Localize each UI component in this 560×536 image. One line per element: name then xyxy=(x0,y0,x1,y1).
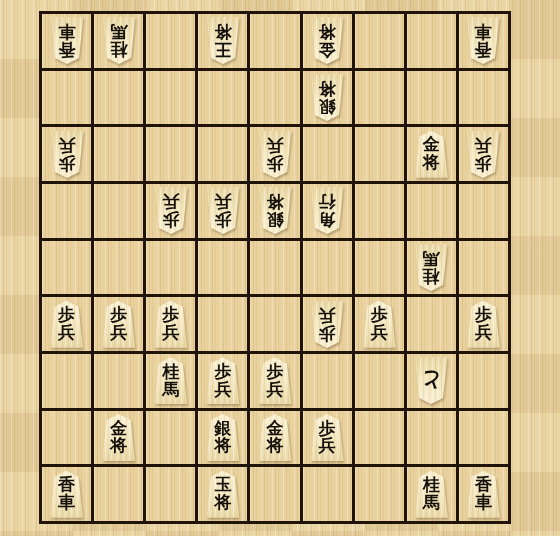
board-cell-r7c3[interactable]: 桂馬 xyxy=(146,354,195,408)
piece-wrap: 金将 xyxy=(99,414,139,461)
piece-kanji: 兵 xyxy=(162,324,179,342)
board-cell-r6c7[interactable]: 歩兵 xyxy=(355,297,404,351)
piece-kanji: 銀 xyxy=(319,97,336,115)
board-cell-r9c3[interactable] xyxy=(146,467,195,521)
board-cell-r8c7[interactable] xyxy=(355,411,404,465)
piece-kanji: 兵 xyxy=(110,324,127,342)
board-cell-r1c5[interactable] xyxy=(250,14,299,68)
piece-kanji: 将 xyxy=(319,23,336,41)
board-cell-r6c8[interactable] xyxy=(407,297,456,351)
piece-kanji: 兵 xyxy=(58,136,75,154)
shogi-piece-sente-pawn[interactable]: 歩兵 xyxy=(99,301,139,348)
piece-kanji: 歩 xyxy=(58,154,75,172)
piece-wrap: 香車 xyxy=(47,471,87,518)
board-cell-r9c8[interactable]: 桂馬 xyxy=(407,467,456,521)
board-cell-r3c8[interactable]: 金将 xyxy=(407,127,456,181)
board-cell-r5c5[interactable] xyxy=(250,241,299,295)
board-cell-r6c1[interactable]: 歩兵 xyxy=(42,297,91,351)
shogi-piece-gote-silver[interactable]: 銀将 xyxy=(255,187,295,234)
board-cell-r2c9[interactable] xyxy=(459,71,508,125)
board-cell-r7c6[interactable] xyxy=(303,354,352,408)
shogi-piece-gote-pawn[interactable]: 歩兵 xyxy=(151,187,191,234)
board-cell-r2c2[interactable] xyxy=(94,71,143,125)
shogi-piece-sente-lance[interactable]: 香車 xyxy=(47,471,87,518)
board-cell-r2c7[interactable] xyxy=(355,71,404,125)
piece-wrap: 桂馬 xyxy=(411,471,451,518)
board-cell-r5c4[interactable] xyxy=(198,241,247,295)
piece-kanji: 馬 xyxy=(110,23,127,41)
piece-wrap: 歩兵 xyxy=(463,301,503,348)
board-cell-r9c6[interactable] xyxy=(303,467,352,521)
piece-kanji: 車 xyxy=(475,23,492,41)
shogi-piece-sente-knight[interactable]: 桂馬 xyxy=(411,471,451,518)
piece-wrap: と xyxy=(411,357,451,404)
board-cell-r4c3[interactable]: 歩兵 xyxy=(146,184,195,238)
piece-kanji: 馬 xyxy=(162,381,179,399)
shogi-piece-gote-pawn[interactable]: 歩兵 xyxy=(47,131,87,178)
piece-wrap: 香車 xyxy=(47,17,87,64)
board-cell-r3c9[interactable]: 歩兵 xyxy=(459,127,508,181)
shogi-piece-sente-gold[interactable]: 金将 xyxy=(99,414,139,461)
shogi-piece-gote-king[interactable]: 王将 xyxy=(203,17,243,64)
board-cell-r4c7[interactable] xyxy=(355,184,404,238)
piece-wrap: 桂馬 xyxy=(99,17,139,64)
piece-kanji: 将 xyxy=(423,154,440,172)
board-cell-r5c3[interactable] xyxy=(146,241,195,295)
piece-kanji: 車 xyxy=(475,494,492,512)
board-cell-r8c1[interactable] xyxy=(42,411,91,465)
piece-kanji: 兵 xyxy=(214,381,231,399)
piece-wrap: 歩兵 xyxy=(255,357,295,404)
piece-wrap: 金将 xyxy=(255,414,295,461)
piece-wrap: 銀将 xyxy=(255,187,295,234)
shogi-piece-gote-pawn[interactable]: 歩兵 xyxy=(307,301,347,348)
board-cell-r3c7[interactable] xyxy=(355,127,404,181)
shogi-piece-gote-gold[interactable]: 金将 xyxy=(307,17,347,64)
shogi-piece-gote-bishop[interactable]: 角行 xyxy=(307,187,347,234)
board-cell-r4c8[interactable] xyxy=(407,184,456,238)
piece-kanji: 兵 xyxy=(266,136,283,154)
shogi-piece-sente-gold[interactable]: 金将 xyxy=(411,131,451,178)
shogi-piece-gote-promoted-pawn[interactable]: と xyxy=(411,357,451,404)
board-cell-r4c9[interactable] xyxy=(459,184,508,238)
piece-kanji: 歩 xyxy=(214,211,231,229)
board-cell-r7c4[interactable]: 歩兵 xyxy=(198,354,247,408)
board-cell-r8c2[interactable]: 金将 xyxy=(94,411,143,465)
piece-kanji: 馬 xyxy=(423,250,440,268)
board-cell-r2c5[interactable] xyxy=(250,71,299,125)
piece-kanji: 香 xyxy=(58,41,75,59)
board-cell-r5c1[interactable] xyxy=(42,241,91,295)
board-cell-r7c1[interactable] xyxy=(42,354,91,408)
board-cell-r3c1[interactable]: 歩兵 xyxy=(42,127,91,181)
shogi-piece-gote-knight[interactable]: 桂馬 xyxy=(99,17,139,64)
piece-kanji: 歩 xyxy=(266,154,283,172)
piece-wrap: 桂馬 xyxy=(151,357,191,404)
shogi-piece-gote-knight[interactable]: 桂馬 xyxy=(411,244,451,291)
board-cell-r2c4[interactable] xyxy=(198,71,247,125)
piece-kanji: 兵 xyxy=(319,306,336,324)
piece-kanji: 王 xyxy=(214,41,231,59)
piece-wrap: 歩兵 xyxy=(47,131,87,178)
shogi-piece-sente-pawn[interactable]: 歩兵 xyxy=(203,357,243,404)
board-cell-r6c3[interactable]: 歩兵 xyxy=(146,297,195,351)
shogi-piece-sente-pawn[interactable]: 歩兵 xyxy=(359,301,399,348)
board-cell-r5c8[interactable]: 桂馬 xyxy=(407,241,456,295)
board-cell-r8c9[interactable] xyxy=(459,411,508,465)
board-cell-r8c5[interactable]: 金将 xyxy=(250,411,299,465)
board-cell-r1c8[interactable] xyxy=(407,14,456,68)
piece-kanji: 兵 xyxy=(319,437,336,455)
piece-kanji: 将 xyxy=(214,494,231,512)
piece-wrap: 銀将 xyxy=(203,414,243,461)
board-cell-r7c5[interactable]: 歩兵 xyxy=(250,354,299,408)
piece-wrap: 銀将 xyxy=(307,74,347,121)
board-cell-r9c1[interactable]: 香車 xyxy=(42,467,91,521)
board-cell-r8c4[interactable]: 銀将 xyxy=(198,411,247,465)
piece-kanji: 将 xyxy=(266,193,283,211)
board-cell-r8c6[interactable]: 歩兵 xyxy=(303,411,352,465)
piece-kanji: 角 xyxy=(319,211,336,229)
board-cell-r1c9[interactable]: 香車 xyxy=(459,14,508,68)
piece-kanji: 兵 xyxy=(214,193,231,211)
shogi-piece-sente-pawn[interactable]: 歩兵 xyxy=(307,414,347,461)
piece-kanji: 将 xyxy=(266,437,283,455)
board-cell-r1c4[interactable]: 王将 xyxy=(198,14,247,68)
piece-kanji: 銀 xyxy=(266,211,283,229)
board-cell-r9c4[interactable]: 玉将 xyxy=(198,467,247,521)
board-cell-r2c3[interactable] xyxy=(146,71,195,125)
board-cell-r3c5[interactable]: 歩兵 xyxy=(250,127,299,181)
piece-kanji: 桂 xyxy=(110,41,127,59)
piece-kanji: 兵 xyxy=(162,193,179,211)
piece-wrap: 玉将 xyxy=(203,471,243,518)
board-cell-r4c6[interactable]: 角行 xyxy=(303,184,352,238)
board-cell-r1c2[interactable]: 桂馬 xyxy=(94,14,143,68)
board-cell-r9c9[interactable]: 香車 xyxy=(459,467,508,521)
board-cell-r7c8[interactable]: と xyxy=(407,354,456,408)
shogi-piece-sente-pawn[interactable]: 歩兵 xyxy=(47,301,87,348)
board-cell-r1c6[interactable]: 金将 xyxy=(303,14,352,68)
piece-kanji: 将 xyxy=(214,23,231,41)
board-cell-r6c5[interactable] xyxy=(250,297,299,351)
piece-wrap: 歩兵 xyxy=(203,187,243,234)
piece-kanji: 桂 xyxy=(423,267,440,285)
piece-kanji: 兵 xyxy=(58,324,75,342)
piece-kanji: 馬 xyxy=(423,494,440,512)
piece-wrap: 歩兵 xyxy=(99,301,139,348)
board-cell-r6c2[interactable]: 歩兵 xyxy=(94,297,143,351)
board-cell-r8c8[interactable] xyxy=(407,411,456,465)
shogi-piece-gote-lance[interactable]: 香車 xyxy=(463,17,503,64)
piece-wrap: 香車 xyxy=(463,471,503,518)
piece-kanji: 将 xyxy=(214,437,231,455)
piece-wrap: 歩兵 xyxy=(359,301,399,348)
shogi-piece-sente-gold[interactable]: 金将 xyxy=(255,414,295,461)
piece-wrap: 王将 xyxy=(203,17,243,64)
board-cell-r3c3[interactable] xyxy=(146,127,195,181)
piece-kanji: 兵 xyxy=(371,324,388,342)
piece-kanji: 金 xyxy=(319,41,336,59)
piece-kanji: 歩 xyxy=(475,154,492,172)
board-cell-r7c7[interactable] xyxy=(355,354,404,408)
board-cell-r7c2[interactable] xyxy=(94,354,143,408)
board-cell-r1c1[interactable]: 香車 xyxy=(42,14,91,68)
board-cell-r3c2[interactable] xyxy=(94,127,143,181)
board-cell-r8c3[interactable] xyxy=(146,411,195,465)
piece-kanji: 兵 xyxy=(266,381,283,399)
piece-wrap: 金将 xyxy=(307,17,347,64)
board-cell-r6c4[interactable] xyxy=(198,297,247,351)
board-cell-r4c2[interactable] xyxy=(94,184,143,238)
board-cell-r4c5[interactable]: 銀将 xyxy=(250,184,299,238)
piece-kanji: 兵 xyxy=(475,136,492,154)
board-cell-r5c9[interactable] xyxy=(459,241,508,295)
piece-kanji: 車 xyxy=(58,494,75,512)
board-cell-r5c7[interactable] xyxy=(355,241,404,295)
shogi-piece-sente-pawn[interactable]: 歩兵 xyxy=(463,301,503,348)
piece-wrap: 金将 xyxy=(411,131,451,178)
piece-kanji: 兵 xyxy=(475,324,492,342)
board-cell-r9c2[interactable] xyxy=(94,467,143,521)
board-cell-r2c1[interactable] xyxy=(42,71,91,125)
shogi-piece-gote-pawn[interactable]: 歩兵 xyxy=(203,187,243,234)
board-cell-r3c6[interactable] xyxy=(303,127,352,181)
board-cell-r6c6[interactable]: 歩兵 xyxy=(303,297,352,351)
board-cell-r5c2[interactable] xyxy=(94,241,143,295)
shogi-board: 香車桂馬王将金将香車銀将歩兵歩兵金将歩兵歩兵歩兵銀将角行桂馬歩兵歩兵歩兵歩兵歩兵… xyxy=(39,11,511,524)
shogi-piece-sente-king[interactable]: 玉将 xyxy=(203,471,243,518)
board-cell-r2c6[interactable]: 銀将 xyxy=(303,71,352,125)
piece-kanji: 車 xyxy=(58,23,75,41)
piece-wrap: 桂馬 xyxy=(411,244,451,291)
piece-kanji: 歩 xyxy=(319,324,336,342)
shogi-piece-sente-pawn[interactable]: 歩兵 xyxy=(151,301,191,348)
board-cell-r1c3[interactable] xyxy=(146,14,195,68)
shogi-piece-gote-lance[interactable]: 香車 xyxy=(47,17,87,64)
board-cell-r9c5[interactable] xyxy=(250,467,299,521)
piece-wrap: 歩兵 xyxy=(47,301,87,348)
piece-wrap: 歩兵 xyxy=(151,187,191,234)
piece-wrap: 歩兵 xyxy=(463,131,503,178)
shogi-app: { "game": "shogi", "board": { "ranks": 9… xyxy=(0,0,560,536)
piece-kanji: 行 xyxy=(319,193,336,211)
shogi-piece-gote-pawn[interactable]: 歩兵 xyxy=(255,131,295,178)
board-cell-r1c7[interactable] xyxy=(355,14,404,68)
piece-kanji: 将 xyxy=(319,80,336,98)
shogi-piece-sente-pawn[interactable]: 歩兵 xyxy=(255,357,295,404)
piece-kanji: 将 xyxy=(110,437,127,455)
piece-wrap: 香車 xyxy=(463,17,503,64)
piece-wrap: 歩兵 xyxy=(203,357,243,404)
piece-wrap: 歩兵 xyxy=(255,131,295,178)
board-cell-r9c7[interactable] xyxy=(355,467,404,521)
piece-wrap: 歩兵 xyxy=(307,414,347,461)
piece-wrap: 歩兵 xyxy=(151,301,191,348)
piece-kanji: 香 xyxy=(475,41,492,59)
shogi-piece-gote-pawn[interactable]: 歩兵 xyxy=(463,131,503,178)
piece-kanji: 歩 xyxy=(162,211,179,229)
piece-kanji: と xyxy=(421,370,443,391)
piece-wrap: 歩兵 xyxy=(307,301,347,348)
board-cell-r2c8[interactable] xyxy=(407,71,456,125)
shogi-piece-sente-knight[interactable]: 桂馬 xyxy=(151,357,191,404)
board-cell-r6c9[interactable]: 歩兵 xyxy=(459,297,508,351)
board-cell-r5c6[interactable] xyxy=(303,241,352,295)
shogi-piece-sente-lance[interactable]: 香車 xyxy=(463,471,503,518)
board-cell-r3c4[interactable] xyxy=(198,127,247,181)
piece-wrap: 角行 xyxy=(307,187,347,234)
shogi-piece-sente-silver[interactable]: 銀将 xyxy=(203,414,243,461)
board-cell-r4c1[interactable] xyxy=(42,184,91,238)
board-cell-r4c4[interactable]: 歩兵 xyxy=(198,184,247,238)
shogi-piece-gote-silver[interactable]: 銀将 xyxy=(307,74,347,121)
board-cell-r7c9[interactable] xyxy=(459,354,508,408)
